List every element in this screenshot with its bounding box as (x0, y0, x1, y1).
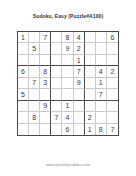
cell-r9c8[interactable]: 8 (96, 124, 107, 135)
cell-r8c3[interactable] (40, 112, 51, 123)
cell-r1c4[interactable] (51, 32, 62, 43)
cell-r9c9[interactable]: 7 (107, 124, 118, 135)
footer-url: www.printmysudoku.com (0, 162, 136, 167)
cell-r1c1[interactable]: 1 (18, 32, 29, 43)
cell-r1c6[interactable]: 4 (74, 32, 85, 43)
cell-r8c9[interactable] (107, 112, 118, 123)
cell-r5c9[interactable] (107, 78, 118, 89)
cell-r4c3[interactable]: 8 (40, 66, 51, 77)
cell-r7c2[interactable] (29, 101, 40, 112)
cell-r2c2[interactable]: 5 (29, 43, 40, 54)
cell-r5c2[interactable]: 7 (29, 78, 40, 89)
cell-r7c5[interactable]: 1 (62, 101, 73, 112)
cell-r4c8[interactable]: 4 (96, 66, 107, 77)
cell-r7c4[interactable] (51, 101, 62, 112)
cell-r6c5[interactable] (62, 89, 73, 100)
cell-r8c7[interactable]: 2 (85, 112, 96, 123)
cell-r3c5[interactable] (62, 55, 73, 66)
cell-r1c5[interactable]: 8 (62, 32, 73, 43)
page-title: Sudoku, Easy (Puzzle#A100) (0, 13, 136, 19)
cell-r9c5[interactable]: 6 (62, 124, 73, 135)
cell-r1c7[interactable] (85, 32, 96, 43)
cell-r8c8[interactable] (96, 112, 107, 123)
cell-r4c6[interactable]: 7 (74, 66, 85, 77)
sudoku-sheet: Sudoku, Easy (Puzzle#A100) 1784659216874… (0, 0, 136, 176)
cell-r6c6[interactable] (74, 89, 85, 100)
cell-r9c6[interactable] (74, 124, 85, 135)
cell-r3c8[interactable] (96, 55, 107, 66)
cell-r3c2[interactable] (29, 55, 40, 66)
cell-r8c4[interactable]: 7 (51, 112, 62, 123)
cell-r4c4[interactable] (51, 66, 62, 77)
cell-r1c9[interactable]: 6 (107, 32, 118, 43)
cell-r8c6[interactable] (74, 112, 85, 123)
cell-r1c2[interactable] (29, 32, 40, 43)
cell-r6c9[interactable] (107, 89, 118, 100)
cell-r2c9[interactable] (107, 43, 118, 54)
cell-r5c4[interactable] (51, 78, 62, 89)
cell-r5c7[interactable] (85, 78, 96, 89)
cell-r4c7[interactable] (85, 66, 96, 77)
cell-r9c4[interactable] (51, 124, 62, 135)
cell-r2c4[interactable] (51, 43, 62, 54)
cell-r1c3[interactable]: 7 (40, 32, 51, 43)
cell-r3c7[interactable] (85, 55, 96, 66)
cell-r3c1[interactable] (18, 55, 29, 66)
cell-r5c6[interactable]: 9 (74, 78, 85, 89)
cell-r4c9[interactable]: 2 (107, 66, 118, 77)
cell-r2c5[interactable]: 9 (62, 43, 73, 54)
cell-r5c5[interactable] (62, 78, 73, 89)
cell-r7c6[interactable] (74, 101, 85, 112)
cell-r6c2[interactable] (29, 89, 40, 100)
cell-r6c8[interactable]: 7 (96, 89, 107, 100)
cell-r9c7[interactable]: 1 (85, 124, 96, 135)
cell-r3c6[interactable]: 1 (74, 55, 85, 66)
cell-r4c5[interactable] (62, 66, 73, 77)
cell-r2c6[interactable]: 2 (74, 43, 85, 54)
cell-r6c7[interactable] (85, 89, 96, 100)
cell-r2c1[interactable] (18, 43, 29, 54)
cell-r6c1[interactable]: 5 (18, 89, 29, 100)
cell-r7c3[interactable]: 9 (40, 101, 51, 112)
cell-r9c3[interactable] (40, 124, 51, 135)
cell-r4c1[interactable]: 6 (18, 66, 29, 77)
cell-r9c2[interactable] (29, 124, 40, 135)
cell-r2c7[interactable] (85, 43, 96, 54)
cell-r4c2[interactable] (29, 66, 40, 77)
cell-r7c9[interactable] (107, 101, 118, 112)
cell-r9c1[interactable] (18, 124, 29, 135)
cell-r3c3[interactable] (40, 55, 51, 66)
cell-r7c8[interactable] (96, 101, 107, 112)
cell-r3c9[interactable] (107, 55, 118, 66)
sudoku-grid: 178465921687427391579187426187 (17, 31, 119, 136)
cell-r6c4[interactable] (51, 89, 62, 100)
cell-r8c1[interactable] (18, 112, 29, 123)
cell-r7c1[interactable] (18, 101, 29, 112)
cell-r3c4[interactable] (51, 55, 62, 66)
cell-r5c1[interactable] (18, 78, 29, 89)
cell-r5c8[interactable]: 1 (96, 78, 107, 89)
cell-r1c8[interactable] (96, 32, 107, 43)
cell-r6c3[interactable] (40, 89, 51, 100)
cell-r5c3[interactable]: 3 (40, 78, 51, 89)
cell-r8c5[interactable]: 4 (62, 112, 73, 123)
cell-r8c2[interactable]: 8 (29, 112, 40, 123)
cell-r7c7[interactable] (85, 101, 96, 112)
cell-r2c3[interactable] (40, 43, 51, 54)
cell-r2c8[interactable] (96, 43, 107, 54)
